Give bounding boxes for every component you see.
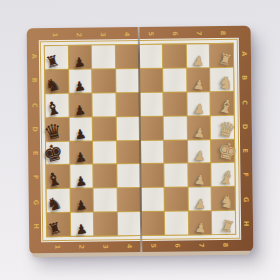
rank-label-top-5: 5 xyxy=(147,32,155,37)
square-h1[interactable]: ♜ xyxy=(47,213,70,236)
rank-label-bottom-4: 4 xyxy=(125,244,133,249)
square-f8[interactable]: ♝ xyxy=(212,163,235,186)
piece-dark-rook: ♜ xyxy=(45,53,62,71)
square-f6[interactable] xyxy=(164,164,187,187)
square-b1[interactable]: ♞ xyxy=(45,70,68,93)
square-d6[interactable] xyxy=(164,116,187,139)
square-c5[interactable] xyxy=(140,92,163,115)
square-b8[interactable]: ♞ xyxy=(211,68,234,91)
square-g3[interactable] xyxy=(94,189,117,212)
square-c6[interactable] xyxy=(164,92,187,115)
square-c4[interactable] xyxy=(116,93,139,116)
file-label-right-b: B xyxy=(240,76,248,81)
square-a5[interactable] xyxy=(139,45,162,68)
chess-board: ♜♟♟♜♞♟♟♞♝♟♟♝♛♟♟♛♚♟♟♚♝♟♟♝♞♟♟♞♜♟♟♜ 1122334… xyxy=(27,26,254,255)
square-f4[interactable] xyxy=(117,164,140,187)
square-g8[interactable]: ♞ xyxy=(212,187,235,210)
square-g1[interactable]: ♞ xyxy=(47,189,70,212)
piece-dark-bishop: ♝ xyxy=(44,169,64,191)
square-c3[interactable] xyxy=(93,93,116,116)
square-e7[interactable]: ♟ xyxy=(188,140,211,163)
square-d1[interactable]: ♛ xyxy=(46,117,69,140)
piece-dark-pawn: ♟ xyxy=(73,79,86,93)
square-f3[interactable] xyxy=(94,165,117,188)
square-a8[interactable]: ♜ xyxy=(210,44,233,67)
file-label-right-d: D xyxy=(241,124,249,130)
square-h3[interactable] xyxy=(94,212,117,235)
square-a4[interactable] xyxy=(116,45,139,68)
square-h8[interactable]: ♜ xyxy=(212,211,235,234)
square-f5[interactable] xyxy=(141,164,164,187)
rank-label-top-4: 4 xyxy=(123,32,131,37)
square-h6[interactable] xyxy=(165,212,188,235)
piece-dark-pawn: ♟ xyxy=(73,55,86,69)
square-b2[interactable]: ♟ xyxy=(69,69,92,92)
rank-label-top-8: 8 xyxy=(219,31,227,36)
piece-light-pawn: ♟ xyxy=(194,221,207,235)
square-e2[interactable]: ♟ xyxy=(70,141,93,164)
square-b5[interactable] xyxy=(140,69,163,92)
file-label-right-e: E xyxy=(241,149,249,154)
square-h5[interactable] xyxy=(141,212,164,235)
square-e8[interactable]: ♚ xyxy=(211,139,234,162)
rank-label-top-2: 2 xyxy=(75,32,83,37)
square-h2[interactable]: ♟ xyxy=(71,213,94,236)
square-b3[interactable] xyxy=(92,69,115,92)
square-f2[interactable]: ♟ xyxy=(70,165,93,188)
file-label-left-a: A xyxy=(30,54,38,59)
piece-dark-king: ♚ xyxy=(41,141,66,167)
square-g7[interactable]: ♟ xyxy=(188,187,211,210)
piece-light-bishop: ♝ xyxy=(217,167,237,188)
file-label-right-h: H xyxy=(242,221,250,227)
square-g5[interactable] xyxy=(141,188,164,211)
piece-light-pawn: ♟ xyxy=(194,173,207,187)
square-a1[interactable]: ♜ xyxy=(45,46,68,69)
piece-dark-knight: ♞ xyxy=(44,75,63,95)
square-a7[interactable]: ♟ xyxy=(187,44,210,67)
rank-label-top-6: 6 xyxy=(171,31,179,36)
piece-dark-pawn: ♟ xyxy=(74,174,87,188)
piece-light-knight: ♞ xyxy=(216,73,235,93)
square-c2[interactable]: ♟ xyxy=(69,93,92,116)
file-label-right-f: F xyxy=(241,173,249,178)
piece-light-bishop: ♝ xyxy=(216,96,236,117)
rank-label-top-3: 3 xyxy=(99,32,107,37)
file-label-left-e: E xyxy=(31,151,39,156)
piece-dark-pawn: ♟ xyxy=(74,127,87,141)
square-d7[interactable]: ♟ xyxy=(187,116,210,139)
square-g4[interactable] xyxy=(117,188,140,211)
piece-light-pawn: ♟ xyxy=(194,197,207,211)
file-label-right-a: A xyxy=(240,51,248,56)
piece-dark-pawn: ♟ xyxy=(74,150,87,164)
square-c8[interactable]: ♝ xyxy=(211,92,234,115)
file-label-left-c: C xyxy=(31,102,39,107)
photo-background: ♜♟♟♜♞♟♟♞♝♟♟♝♛♟♟♛♚♟♟♚♝♟♟♝♞♟♟♞♜♟♟♜ 1122334… xyxy=(0,0,280,280)
piece-light-rook: ♜ xyxy=(219,218,236,236)
piece-dark-bishop: ♝ xyxy=(43,98,63,120)
square-a2[interactable]: ♟ xyxy=(68,46,91,69)
piece-dark-pawn: ♟ xyxy=(75,222,88,236)
square-a6[interactable] xyxy=(163,44,186,67)
piece-dark-rook: ♜ xyxy=(47,220,64,238)
file-label-left-f: F xyxy=(31,175,39,180)
square-f1[interactable]: ♝ xyxy=(46,165,69,188)
square-e5[interactable] xyxy=(141,140,164,163)
square-c1[interactable]: ♝ xyxy=(45,94,68,117)
piece-light-queen: ♛ xyxy=(215,117,237,141)
file-label-right-c: C xyxy=(241,100,249,105)
file-label-left-g: G xyxy=(32,199,40,204)
piece-light-knight: ♞ xyxy=(218,192,237,212)
file-label-left-h: H xyxy=(32,223,40,229)
square-h7[interactable]: ♟ xyxy=(189,211,212,234)
piece-dark-knight: ♞ xyxy=(45,194,64,214)
square-g6[interactable] xyxy=(165,188,188,211)
piece-dark-pawn: ♟ xyxy=(73,103,86,117)
rank-label-bottom-7: 7 xyxy=(197,243,205,248)
piece-light-pawn: ♟ xyxy=(192,54,205,68)
file-label-left-d: D xyxy=(31,126,39,132)
piece-dark-pawn: ♟ xyxy=(74,198,87,212)
rank-label-top-1: 1 xyxy=(51,33,59,38)
square-c7[interactable]: ♟ xyxy=(187,92,210,115)
rank-label-bottom-2: 2 xyxy=(77,244,85,249)
rank-label-bottom-8: 8 xyxy=(221,243,229,248)
rank-label-top-7: 7 xyxy=(195,31,203,36)
square-e1[interactable]: ♚ xyxy=(46,141,69,164)
square-d2[interactable]: ♟ xyxy=(69,117,92,140)
rank-label-bottom-6: 6 xyxy=(173,243,181,248)
file-label-right-g: G xyxy=(242,197,250,202)
square-g2[interactable]: ♟ xyxy=(70,189,93,212)
square-d4[interactable] xyxy=(117,117,140,140)
square-b6[interactable] xyxy=(163,68,186,91)
square-f7[interactable]: ♟ xyxy=(188,164,211,187)
piece-dark-queen: ♛ xyxy=(42,119,64,143)
file-label-left-b: B xyxy=(30,78,38,83)
rank-label-bottom-5: 5 xyxy=(149,244,157,249)
rank-label-bottom-3: 3 xyxy=(101,244,109,249)
square-h4[interactable] xyxy=(118,212,141,235)
square-e6[interactable] xyxy=(164,140,187,163)
piece-light-pawn: ♟ xyxy=(192,77,205,91)
piece-light-pawn: ♟ xyxy=(193,125,206,139)
piece-light-pawn: ♟ xyxy=(193,101,206,115)
square-b4[interactable] xyxy=(116,69,139,92)
square-a3[interactable] xyxy=(92,45,115,68)
piece-light-rook: ♜ xyxy=(217,51,234,69)
piece-light-pawn: ♟ xyxy=(193,149,206,163)
square-e4[interactable] xyxy=(117,141,140,164)
piece-light-king: ♚ xyxy=(215,139,240,165)
square-e3[interactable] xyxy=(93,141,116,164)
square-d5[interactable] xyxy=(140,116,163,139)
rank-label-bottom-1: 1 xyxy=(53,245,61,250)
square-d3[interactable] xyxy=(93,117,116,140)
square-b7[interactable]: ♟ xyxy=(187,68,210,91)
square-d8[interactable]: ♛ xyxy=(211,115,234,138)
